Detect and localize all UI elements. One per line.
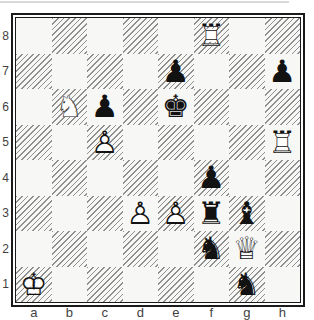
square-a1: ♚♔ — [16, 267, 52, 303]
square-c1 — [87, 267, 123, 303]
square-g2: ♛♕ — [229, 231, 265, 267]
square-f1 — [194, 267, 230, 303]
square-d4 — [123, 160, 159, 196]
piece-fill-white-rook-h5: ♜ — [265, 125, 301, 161]
black-bishop-g3: ♝ — [229, 196, 265, 232]
square-b7 — [52, 54, 88, 90]
piece-fill-white-king-a1: ♚ — [16, 267, 52, 303]
square-h2 — [265, 231, 301, 267]
square-b5 — [52, 125, 88, 161]
square-c5: ♟♙ — [87, 125, 123, 161]
square-a2 — [16, 231, 52, 267]
square-e5 — [158, 125, 194, 161]
square-g4 — [229, 160, 265, 196]
square-e6: ♚ — [158, 89, 194, 125]
square-b2 — [52, 231, 88, 267]
square-e8 — [158, 18, 194, 54]
rank-label-3: 3 — [0, 196, 11, 232]
rank-label-2: 2 — [0, 231, 11, 267]
square-c6: ♟ — [87, 89, 123, 125]
square-e3: ♟♙ — [158, 196, 194, 232]
white-queen-g2: ♕ — [229, 231, 265, 267]
square-g6 — [229, 89, 265, 125]
square-h3 — [265, 196, 301, 232]
rank-label-7: 7 — [0, 54, 11, 90]
square-g7 — [229, 54, 265, 90]
black-king-e6: ♚ — [158, 89, 194, 125]
square-d6 — [123, 89, 159, 125]
file-label-h: h — [265, 305, 301, 320]
square-e2 — [158, 231, 194, 267]
file-labels: abcdefgh — [16, 305, 300, 319]
white-pawn-e3: ♙ — [158, 196, 194, 232]
square-d5 — [123, 125, 159, 161]
rank-label-4: 4 — [0, 160, 11, 196]
rank-label-8: 8 — [0, 18, 11, 54]
black-pawn-h7: ♟ — [265, 54, 301, 90]
square-h5: ♜♖ — [265, 125, 301, 161]
square-d2 — [123, 231, 159, 267]
black-rook-f3: ♜ — [194, 196, 230, 232]
piece-fill-white-pawn-d3: ♟ — [123, 196, 159, 232]
piece-fill-white-queen-g2: ♛ — [229, 231, 265, 267]
white-pawn-d3: ♙ — [123, 196, 159, 232]
white-rook-f8: ♖ — [194, 18, 230, 54]
square-f6 — [194, 89, 230, 125]
square-e4 — [158, 160, 194, 196]
square-g5 — [229, 125, 265, 161]
piece-fill-white-rook-f8: ♜ — [194, 18, 230, 54]
white-king-a1: ♔ — [16, 267, 52, 303]
square-c8 — [87, 18, 123, 54]
file-label-b: b — [52, 305, 88, 320]
white-rook-h5: ♖ — [265, 125, 301, 161]
rank-label-5: 5 — [0, 125, 11, 161]
square-f5 — [194, 125, 230, 161]
scan-border-artifact — [0, 1, 289, 3]
black-knight-f2: ♞ — [194, 231, 230, 267]
square-a8 — [16, 18, 52, 54]
chessboard-frame: ♜♖♟♟♞♘♟♚♟♙♜♖♟♟♙♟♙♜♝♞♛♕♚♔♞ — [11, 13, 305, 307]
square-d8 — [123, 18, 159, 54]
square-a5 — [16, 125, 52, 161]
square-g1: ♞ — [229, 267, 265, 303]
file-label-c: c — [87, 305, 123, 320]
square-h7: ♟ — [265, 54, 301, 90]
square-g8 — [229, 18, 265, 54]
square-b4 — [52, 160, 88, 196]
piece-fill-white-knight-b6: ♞ — [52, 89, 88, 125]
square-a3 — [16, 196, 52, 232]
square-h8 — [265, 18, 301, 54]
square-f4: ♟ — [194, 160, 230, 196]
square-b3 — [52, 196, 88, 232]
white-knight-b6: ♘ — [52, 89, 88, 125]
chessboard: ♜♖♟♟♞♘♟♚♟♙♜♖♟♟♙♟♙♜♝♞♛♕♚♔♞ — [15, 17, 301, 303]
square-c4 — [87, 160, 123, 196]
square-f3: ♜ — [194, 196, 230, 232]
black-pawn-e7: ♟ — [158, 54, 194, 90]
file-label-f: f — [194, 305, 230, 320]
square-c3 — [87, 196, 123, 232]
black-pawn-f4: ♟ — [194, 160, 230, 196]
piece-fill-white-pawn-e3: ♟ — [158, 196, 194, 232]
square-a4 — [16, 160, 52, 196]
white-pawn-c5: ♙ — [87, 125, 123, 161]
square-d3: ♟♙ — [123, 196, 159, 232]
rank-label-1: 1 — [0, 267, 11, 303]
square-f7 — [194, 54, 230, 90]
square-h4 — [265, 160, 301, 196]
square-a6 — [16, 89, 52, 125]
square-h6 — [265, 89, 301, 125]
rank-labels: 87654321 — [0, 18, 11, 302]
square-b1 — [52, 267, 88, 303]
square-h1 — [265, 267, 301, 303]
rank-label-6: 6 — [0, 89, 11, 125]
square-e7: ♟ — [158, 54, 194, 90]
square-f8: ♜♖ — [194, 18, 230, 54]
square-g3: ♝ — [229, 196, 265, 232]
black-pawn-c6: ♟ — [87, 89, 123, 125]
square-e1 — [158, 267, 194, 303]
square-b6: ♞♘ — [52, 89, 88, 125]
file-label-a: a — [16, 305, 52, 320]
square-d7 — [123, 54, 159, 90]
square-f2: ♞ — [194, 231, 230, 267]
square-a7 — [16, 54, 52, 90]
square-b8 — [52, 18, 88, 54]
black-knight-g1: ♞ — [229, 267, 265, 303]
piece-fill-white-pawn-c5: ♟ — [87, 125, 123, 161]
square-c2 — [87, 231, 123, 267]
square-d1 — [123, 267, 159, 303]
file-label-g: g — [229, 305, 265, 320]
file-label-e: e — [158, 305, 194, 320]
file-label-d: d — [123, 305, 159, 320]
square-c7 — [87, 54, 123, 90]
